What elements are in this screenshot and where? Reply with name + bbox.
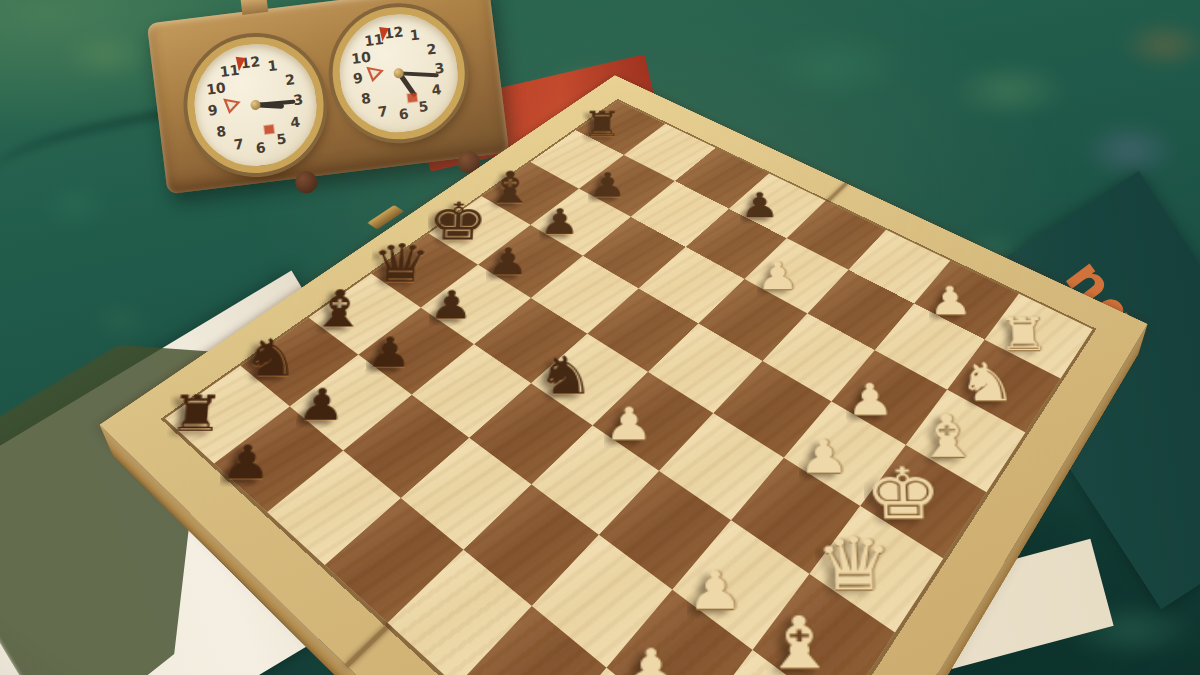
piece-white-pawn-f2[interactable]: ♟: [845, 378, 894, 421]
piece-black-pawn-c7[interactable]: ♟: [365, 332, 413, 373]
piece-black-king-e8[interactable]: ♚: [427, 196, 489, 248]
piece-black-queen-d8[interactable]: ♛: [370, 237, 433, 290]
board-area: ♜♟♟♜♟♟♞♝♟♟♝♚♟♟♚♛♟♞♟♛♝♟♟♝♞♟♟♞♜♟♟♜: [0, 0, 1200, 675]
piece-black-rook-h8[interactable]: ♜: [582, 107, 623, 142]
piece-white-king-e1[interactable]: ♚: [863, 459, 943, 530]
piece-black-bishop-f8[interactable]: ♝: [484, 166, 536, 210]
piece-black-knight-b8[interactable]: ♞: [240, 333, 301, 385]
piece-black-pawn-b7[interactable]: ♟: [296, 383, 347, 427]
chess-scene: ngs 121234567891011 121234567891011 ♜♟♟♜…: [0, 0, 1200, 675]
piece-black-pawn-f7[interactable]: ♟: [539, 204, 580, 239]
piece-black-pawn-a7[interactable]: ♟: [219, 439, 273, 485]
piece-white-pawn-d4[interactable]: ♟: [604, 401, 654, 446]
piece-black-pawn-e7[interactable]: ♟: [486, 243, 529, 280]
piece-black-pawn-h5[interactable]: ♟: [740, 188, 780, 223]
piece-black-knight-d5[interactable]: ♞: [536, 350, 596, 403]
piece-white-pawn-h2[interactable]: ♟: [928, 281, 974, 320]
piece-black-rook-a8[interactable]: ♜: [167, 389, 226, 438]
piece-white-queen-d1[interactable]: ♛: [814, 527, 895, 600]
piece-black-pawn-d7[interactable]: ♟: [428, 285, 474, 324]
chess-board: ♜♟♟♜♟♟♞♝♟♟♝♚♟♟♚♛♟♞♟♛♝♟♟♝♞♟♟♞♜♟♟♜: [100, 75, 1148, 675]
piece-white-bishop-c1[interactable]: ♝: [760, 607, 838, 675]
piece-black-pawn-g7[interactable]: ♟: [588, 168, 627, 202]
piece-white-pawn-g4[interactable]: ♟: [756, 257, 799, 295]
piece-white-pawn-c2[interactable]: ♟: [687, 564, 744, 617]
piece-white-pawn-b2[interactable]: ♟: [621, 641, 681, 675]
piece-black-bishop-c8[interactable]: ♝: [309, 284, 370, 335]
hinge-icon: [367, 205, 404, 229]
piece-white-pawn-e2[interactable]: ♟: [798, 433, 850, 479]
piece-white-knight-g1[interactable]: ♞: [956, 356, 1017, 409]
